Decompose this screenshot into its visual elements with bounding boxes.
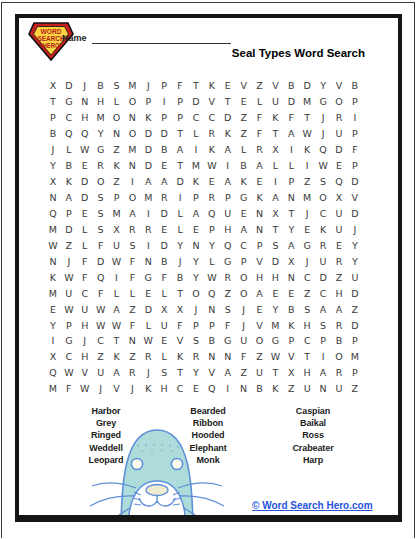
grid-cell: T (172, 126, 188, 142)
grid-cell: Z (93, 349, 109, 365)
grid-cell: E (331, 158, 347, 174)
grid-cell: Z (236, 365, 252, 381)
grid-cell: F (61, 381, 77, 397)
grid-cell: N (77, 94, 93, 110)
grid-cell: O (109, 110, 125, 126)
grid-cell: X (45, 349, 61, 365)
grid-cell: J (315, 126, 331, 142)
grid-cell: A (315, 365, 331, 381)
grid-cell: D (156, 126, 172, 142)
grid-cell: F (124, 317, 140, 333)
grid-cell: E (45, 301, 61, 317)
grid-cell: Y (283, 221, 299, 237)
grid-cell: P (315, 333, 331, 349)
grid-cell: K (299, 142, 315, 158)
grid-cell: P (347, 158, 363, 174)
grid-cell: K (315, 221, 331, 237)
grid-cell: U (236, 333, 252, 349)
grid-cell: T (267, 126, 283, 142)
grid-cell: K (140, 110, 156, 126)
grid-cell: R (156, 190, 172, 206)
grid-cell: S (220, 301, 236, 317)
grid-cell: A (61, 190, 77, 206)
grid-cell: Z (347, 301, 363, 317)
grid-cell: L (172, 206, 188, 222)
grid-cell: V (236, 78, 252, 94)
grid-cell: U (267, 94, 283, 110)
grid-cell: I (299, 158, 315, 174)
grid-cell: M (347, 349, 363, 365)
grid-cell: J (236, 317, 252, 333)
grid-cell: Z (236, 110, 252, 126)
page-title: Seal Types Word Search (232, 47, 365, 59)
grid-cell: S (188, 333, 204, 349)
grid-cell: J (124, 381, 140, 397)
grid-cell: U (156, 317, 172, 333)
grid-cell: K (236, 174, 252, 190)
grid-cell: A (331, 301, 347, 317)
grid-cell: U (331, 381, 347, 397)
grid-cell: P (347, 365, 363, 381)
grid-cell: E (188, 381, 204, 397)
grid-cell: O (124, 126, 140, 142)
grid-cell: A (315, 301, 331, 317)
grid-cell: M (299, 190, 315, 206)
name-row: Name (62, 32, 231, 44)
grid-cell: C (299, 333, 315, 349)
grid-cell: W (204, 158, 220, 174)
grid-cell: J (77, 78, 93, 94)
grid-cell: M (140, 190, 156, 206)
grid-cell: B (283, 78, 299, 94)
grid-cell: H (93, 94, 109, 110)
word-item: Ross (253, 429, 373, 441)
grid-cell: V (331, 78, 347, 94)
grid-cell: Z (109, 174, 125, 190)
grid-cell: S (156, 365, 172, 381)
grid-cell: Q (77, 126, 93, 142)
grid-cell: P (283, 333, 299, 349)
grid-cell: G (61, 94, 77, 110)
grid-cell: L (61, 142, 77, 158)
grid-cell: R (93, 158, 109, 174)
grid-cell: G (220, 253, 236, 269)
grid-cell: B (156, 142, 172, 158)
grid-cell: X (45, 174, 61, 190)
grid-cell: D (283, 94, 299, 110)
grid-cell: Q (45, 365, 61, 381)
grid-cell: I (156, 94, 172, 110)
grid-cell: C (93, 333, 109, 349)
word-grid: XDJBSMJPFTKEVZVBDYVBTGNHLOPIPDVTELUDMGOP… (45, 78, 363, 397)
grid-cell: T (283, 206, 299, 222)
grid-cell: E (283, 285, 299, 301)
grid-cell: P (188, 317, 204, 333)
grid-cell: I (109, 269, 125, 285)
grid-cell: P (204, 221, 220, 237)
grid-cell: K (252, 190, 268, 206)
grid-cell: W (61, 365, 77, 381)
grid-cell: S (267, 237, 283, 253)
grid-cell: N (252, 221, 268, 237)
grid-cell: D (61, 221, 77, 237)
grid-cell: I (220, 381, 236, 397)
word-item: Caspian (253, 405, 373, 417)
grid-cell: T (188, 78, 204, 94)
grid-cell: S (299, 301, 315, 317)
grid-cell: N (283, 190, 299, 206)
grid-cell: E (156, 333, 172, 349)
grid-cell: R (331, 365, 347, 381)
word-search-hero-link[interactable]: © Word Search Hero.com (252, 500, 373, 511)
grid-cell: G (299, 237, 315, 253)
grid-cell: P (45, 110, 61, 126)
grid-cell: V (267, 78, 283, 94)
grid-cell: M (124, 78, 140, 94)
grid-cell: L (109, 285, 125, 301)
grid-cell: P (347, 94, 363, 110)
grid-cell: U (331, 206, 347, 222)
grid-cell: D (140, 158, 156, 174)
grid-cell: X (45, 78, 61, 94)
grid-cell: B (252, 381, 268, 397)
grid-cell: Z (124, 301, 140, 317)
grid-cell: V (283, 349, 299, 365)
grid-cell: A (220, 365, 236, 381)
word-item: Elephant (148, 442, 268, 454)
grid-cell: E (220, 78, 236, 94)
grid-cell: M (45, 221, 61, 237)
grid-cell: L (188, 126, 204, 142)
grid-cell: I (315, 349, 331, 365)
grid-cell: D (299, 78, 315, 94)
grid-cell: E (156, 221, 172, 237)
grid-cell: A (109, 365, 125, 381)
grid-cell: R (252, 142, 268, 158)
grid-cell: O (124, 190, 140, 206)
grid-cell: F (347, 142, 363, 158)
grid-cell: Y (267, 301, 283, 317)
grid-cell: R (204, 126, 220, 142)
grid-cell: A (220, 174, 236, 190)
grid-cell: H (331, 285, 347, 301)
grid-cell: F (77, 253, 93, 269)
grid-cell: X (331, 190, 347, 206)
grid-cell: E (252, 174, 268, 190)
grid-cell: B (156, 253, 172, 269)
grid-cell: R (124, 365, 140, 381)
grid-cell: W (93, 301, 109, 317)
grid-cell: J (140, 365, 156, 381)
grid-cell: D (140, 142, 156, 158)
grid-cell: P (156, 78, 172, 94)
grid-cell: E (236, 206, 252, 222)
grid-cell: V (204, 94, 220, 110)
grid-cell: K (204, 142, 220, 158)
grid-cell: D (267, 253, 283, 269)
grid-cell: L (77, 221, 93, 237)
grid-cell: Y (188, 365, 204, 381)
grid-cell: J (77, 333, 93, 349)
grid-cell: R (204, 190, 220, 206)
grid-cell: U (220, 206, 236, 222)
grid-cell: K (109, 158, 125, 174)
seal-nose (146, 485, 168, 496)
grid-cell: X (267, 206, 283, 222)
grid-cell: T (45, 94, 61, 110)
grid-cell: Y (188, 253, 204, 269)
grid-cell: W (109, 317, 125, 333)
grid-cell: L (267, 158, 283, 174)
grid-cell: D (347, 285, 363, 301)
grid-cell: V (347, 190, 363, 206)
grid-cell: K (220, 126, 236, 142)
grid-cell: D (347, 206, 363, 222)
word-item: Hooded (148, 429, 268, 441)
grid-cell: A (252, 285, 268, 301)
grid-cell: N (124, 158, 140, 174)
grid-cell: P (252, 237, 268, 253)
grid-cell: P (156, 110, 172, 126)
grid-cell: J (236, 301, 252, 317)
grid-cell: Q (61, 126, 77, 142)
grid-cell: O (124, 94, 140, 110)
grid-cell: W (109, 253, 125, 269)
grid-cell: T (172, 285, 188, 301)
grid-cell: B (61, 158, 77, 174)
grid-cell: E (267, 285, 283, 301)
grid-cell: H (77, 110, 93, 126)
grid-cell: W (77, 381, 93, 397)
grid-cell: E (204, 174, 220, 190)
grid-cell: C (315, 206, 331, 222)
grid-cell: G (236, 190, 252, 206)
grid-cell: Y (347, 253, 363, 269)
grid-cell: Z (124, 349, 140, 365)
grid-cell: Z (299, 174, 315, 190)
grid-cell: U (77, 301, 93, 317)
grid-cell: N (236, 381, 252, 397)
puzzle-page: WORD SEARCH HERO Name Seal Types Word Se… (15, 14, 402, 522)
grid-cell: Y (347, 237, 363, 253)
grid-cell: D (93, 253, 109, 269)
name-blank-line (92, 32, 231, 44)
grid-cell: K (172, 349, 188, 365)
grid-cell: L (109, 94, 125, 110)
grid-cell: J (172, 253, 188, 269)
grid-cell: H (220, 221, 236, 237)
grid-cell: A (252, 158, 268, 174)
grid-cell: P (140, 94, 156, 110)
grid-cell: M (188, 158, 204, 174)
grid-cell: V (77, 365, 93, 381)
grid-cell: D (77, 174, 93, 190)
grid-cell: O (93, 174, 109, 190)
grid-cell: U (331, 126, 347, 142)
grid-cell: J (140, 78, 156, 94)
grid-cell: H (77, 349, 93, 365)
grid-cell: G (220, 333, 236, 349)
grid-cell: W (140, 333, 156, 349)
grid-cell: U (299, 381, 315, 397)
grid-cell: L (252, 94, 268, 110)
grid-cell: N (188, 237, 204, 253)
grid-cell: W (299, 126, 315, 142)
grid-cell: K (204, 78, 220, 94)
grid-cell: Q (315, 142, 331, 158)
grid-cell: D (347, 174, 363, 190)
grid-cell: V (252, 253, 268, 269)
grid-cell: D (61, 78, 77, 94)
grid-cell: B (347, 78, 363, 94)
grid-cell: D (220, 110, 236, 126)
grid-cell: F (77, 269, 93, 285)
grid-cell: U (93, 365, 109, 381)
grid-cell: I (140, 206, 156, 222)
grid-cell: Q (204, 285, 220, 301)
grid-cell: R (331, 110, 347, 126)
grid-cell: R (124, 221, 140, 237)
grid-cell: F (252, 126, 268, 142)
grid-cell: N (124, 333, 140, 349)
grid-cell: W (204, 269, 220, 285)
grid-cell: K (267, 381, 283, 397)
grid-cell: G (93, 142, 109, 158)
grid-cell: J (315, 110, 331, 126)
grid-cell: P (236, 253, 252, 269)
grid-cell: M (299, 94, 315, 110)
grid-cell: Z (109, 142, 125, 158)
grid-cell: R (188, 349, 204, 365)
grid-cell: K (140, 381, 156, 397)
grid-cell: I (347, 110, 363, 126)
grid-cell: X (109, 221, 125, 237)
grid-cell: J (347, 221, 363, 237)
grid-cell: W (61, 269, 77, 285)
grid-cell: D (347, 317, 363, 333)
grid-cell: C (236, 237, 252, 253)
grid-cell: R (331, 317, 347, 333)
grid-cell: P (61, 317, 77, 333)
grid-cell: P (109, 190, 125, 206)
grid-cell: C (299, 269, 315, 285)
grid-cell: N (140, 253, 156, 269)
grid-cell: W (61, 301, 77, 317)
word-item: Baikal (253, 417, 373, 429)
grid-cell: N (252, 206, 268, 222)
grid-cell: C (315, 285, 331, 301)
grid-cell: L (77, 237, 93, 253)
grid-cell: D (172, 174, 188, 190)
grid-cell: K (61, 174, 77, 190)
grid-cell: M (93, 110, 109, 126)
grid-cell: G (140, 269, 156, 285)
grid-cell: B (93, 78, 109, 94)
grid-cell: O (236, 269, 252, 285)
word-list-column-3: CaspianBaikalRossCrabeaterHarp (253, 405, 373, 466)
grid-cell: U (315, 253, 331, 269)
grid-cell: V (109, 381, 125, 397)
grid-cell: X (283, 253, 299, 269)
grid-cell: K (283, 317, 299, 333)
grid-cell: R (140, 221, 156, 237)
grid-cell: E (188, 221, 204, 237)
grid-cell: M (109, 206, 125, 222)
grid-cell: E (299, 221, 315, 237)
grid-cell: S (93, 221, 109, 237)
grid-cell: E (77, 158, 93, 174)
grid-cell: F (93, 285, 109, 301)
grid-cell: H (299, 365, 315, 381)
grid-cell: T (299, 110, 315, 126)
grid-cell: K (109, 349, 125, 365)
grid-cell: I (267, 174, 283, 190)
grid-cell: L (172, 221, 188, 237)
grid-cell: E (236, 94, 252, 110)
grid-cell: X (283, 365, 299, 381)
grid-cell: C (77, 285, 93, 301)
grid-cell: R (315, 237, 331, 253)
grid-cell: U (331, 221, 347, 237)
grid-cell: A (267, 190, 283, 206)
grid-cell: P (347, 333, 363, 349)
grid-cell: W (93, 317, 109, 333)
grid-cell: I (172, 190, 188, 206)
grid-cell: E (252, 301, 268, 317)
grid-cell: B (172, 269, 188, 285)
word-list-column-2: BeardedRibbonHoodedElephantMonk (148, 405, 268, 466)
grid-cell: X (267, 142, 283, 158)
grid-cell: K (267, 110, 283, 126)
grid-cell: Z (283, 381, 299, 397)
grid-cell: Y (45, 158, 61, 174)
grid-cell: M (124, 142, 140, 158)
grid-cell: I (45, 333, 61, 349)
grid-cell: Y (188, 269, 204, 285)
grid-cell: N (109, 126, 125, 142)
grid-cell: F (124, 253, 140, 269)
grid-cell: J (299, 206, 315, 222)
grid-cell: C (61, 110, 77, 126)
grid-cell: Y (172, 237, 188, 253)
grid-cell: J (45, 142, 61, 158)
grid-cell: S (109, 78, 125, 94)
grid-cell: F (172, 78, 188, 94)
grid-cell: Y (204, 237, 220, 253)
grid-cell: K (188, 174, 204, 190)
grid-cell: K (45, 269, 61, 285)
grid-cell: H (156, 381, 172, 397)
grid-cell: F (93, 237, 109, 253)
grid-cell: C (204, 110, 220, 126)
grid-cell: R (331, 253, 347, 269)
grid-cell: G (267, 333, 283, 349)
grid-cell: A (172, 142, 188, 158)
grid-cell: Y (315, 78, 331, 94)
grid-cell: Q (204, 206, 220, 222)
grid-cell: E (77, 206, 93, 222)
grid-cell: S (124, 237, 140, 253)
grid-cell: C (172, 381, 188, 397)
grid-cell: O (188, 285, 204, 301)
grid-cell: O (236, 285, 252, 301)
grid-cell: V (204, 365, 220, 381)
grid-cell: Y (45, 317, 61, 333)
grid-cell: Z (61, 237, 77, 253)
grid-cell: M (267, 317, 283, 333)
grid-cell: N (283, 269, 299, 285)
grid-cell: O (331, 94, 347, 110)
